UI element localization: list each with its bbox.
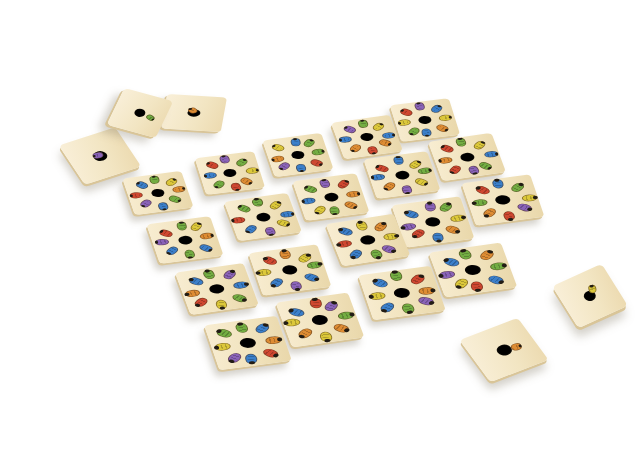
face-down-tile-right[interactable] [552,264,628,328]
bug-icon [296,327,315,339]
bug-icon [164,246,180,257]
bug-icon [438,156,454,164]
grid-tile-r1c4[interactable] [331,115,403,160]
bug-icon [449,214,466,223]
bug-icon [368,249,383,260]
bug-icon [377,139,393,148]
bug-icon [219,155,231,164]
bug-icon [332,323,351,334]
bug-icon [287,307,306,318]
bug-icon [336,239,353,248]
grid-tile-r2c1[interactable] [146,216,223,264]
bug-icon [212,180,227,190]
bug-icon [413,177,430,187]
bug-icon [184,289,201,298]
grid-tile-r4c1[interactable] [204,316,292,370]
bug-icon [368,292,386,301]
bug-icon [416,295,435,306]
bug-icon [148,176,160,185]
bug-icon [337,310,355,320]
bug-icon [442,256,461,267]
bug-icon [263,227,277,237]
bug-icon [215,328,234,339]
bug-icon [199,232,215,240]
bug-icon [203,172,217,179]
bug-icon [373,164,390,174]
bug-icon [481,207,498,218]
center-hole [463,264,483,276]
bug-icon [392,156,404,165]
bug-icon [323,300,341,312]
bug-icon [157,228,174,238]
bug-icon [348,143,363,153]
center-hole [394,170,411,181]
bug-icon [231,216,247,224]
grid-tile-r2c2[interactable] [224,193,302,241]
grid-tile-r3c2[interactable] [248,244,331,295]
bug-icon [345,190,361,198]
bug-icon [378,301,396,313]
center-hole [222,168,237,178]
face-down-tile-left[interactable] [59,127,141,185]
bug-icon [466,165,480,175]
bug-icon [279,249,293,259]
bug-icon [403,209,421,220]
bug-icon [335,179,351,190]
bug-icon [189,221,205,231]
center-hole [359,234,378,246]
bug-icon [337,226,355,237]
face-down-tile-upper-left-under[interactable] [161,94,227,132]
bug-icon [302,184,319,194]
bug-icon [422,128,433,136]
bug-icon [230,293,248,304]
bug-icon [289,281,303,291]
bug-icon [267,277,284,288]
bug-icon [284,318,301,327]
center-hole [281,264,299,275]
bug-icon [380,244,398,255]
bug-icon [410,228,428,239]
center-hole [254,212,271,223]
bug-icon [502,211,516,222]
bug-icon [408,273,427,285]
bug-icon [478,249,496,261]
bug-icon [398,119,412,127]
bug-icon [371,173,386,181]
bug-icon [275,219,292,229]
bug-icon [213,342,231,351]
table-surface [0,0,640,460]
center-hole [208,283,226,294]
bug-icon [225,352,243,364]
bug-icon [382,132,396,139]
bug-icon [302,138,316,148]
bug-icon [309,158,325,167]
bug-icon [277,161,292,171]
bug-icon [154,238,169,245]
bug-icon [192,296,210,307]
grid-tile-r1c3[interactable] [262,133,333,177]
grid-tile-r2c5[interactable] [428,133,506,181]
bug-icon [261,255,279,266]
bug-icon [399,108,415,117]
bug-icon [490,262,508,271]
bug-icon [239,176,255,185]
bug-icon [438,114,452,121]
bug-icon [381,181,397,192]
bug-icon [423,202,436,212]
bug-icon [429,104,444,114]
bug-icon [202,269,217,280]
grid-tile-r3c1[interactable] [175,263,259,315]
bug-icon [251,198,264,208]
peeking-bug-icon [144,113,156,122]
bug-icon [235,204,252,214]
center-hole [458,152,475,163]
bug-icon [444,225,462,236]
grid-tile-r4c3[interactable] [358,266,446,320]
bug-icon [487,274,506,285]
bug-icon [342,125,358,134]
bug-icon [383,233,400,242]
bug-icon [354,221,369,232]
bug-icon [356,119,368,128]
bug-icon [279,211,294,219]
bug-icon [197,243,214,253]
bug-icon [439,144,456,154]
bug-icon [187,276,205,287]
bug-icon [232,281,249,290]
bug-icon [470,281,484,292]
bug-icon [157,202,169,211]
bug-icon [437,202,454,213]
bug-icon [389,270,404,281]
bug-icon [309,298,323,309]
bug-icon [243,224,259,235]
bug-icon [447,164,463,175]
bug-icon [306,261,323,270]
grid-tile-r1c2[interactable] [195,151,265,195]
grid-tile-r4c4[interactable] [429,242,518,297]
bug-icon [401,303,416,314]
bug-icon [328,206,340,215]
grid-tile-r2c4[interactable] [363,151,440,199]
bug-icon [366,146,379,155]
bug-icon [234,322,249,333]
center-hole [417,115,432,125]
bug-icon [318,179,332,189]
center-hole [238,337,257,349]
bug-icon [253,323,271,335]
bug-icon [370,277,390,289]
bug-icon [301,196,317,204]
center-hole [424,216,442,227]
bug-icon [296,164,308,173]
bug-icon [407,127,422,137]
bug-icon [256,268,272,276]
bug-icon [491,179,505,189]
center-hole [359,132,375,142]
grid-tile-r4c2[interactable] [276,292,365,347]
bug-icon [454,137,467,147]
center-hole [290,150,306,160]
bug-icon [413,102,425,111]
bug-icon [134,180,150,189]
bug-icon [373,221,390,232]
bug-icon [244,354,258,364]
bug-icon [521,194,537,202]
bug-icon [371,122,386,132]
bug-icon [431,232,445,242]
bug-icon [215,299,229,309]
bug-icon [139,199,154,209]
bug-icon [268,200,284,211]
center-hole [150,188,166,198]
bug-icon [400,185,413,195]
bug-icon [342,201,359,211]
bug-icon [471,198,487,206]
bug-icon [457,249,473,260]
bug-icon [290,138,301,146]
peeking-bug-icon [510,342,524,351]
bug-icon [516,202,534,212]
bug-icon [484,150,499,158]
center-hole [177,235,194,246]
bug-icon [318,331,333,342]
bug-icon [245,167,259,174]
bug-icon [270,143,286,152]
bug-icon [261,347,281,359]
bug-icon [509,182,527,193]
bug-icon [265,335,283,344]
grid-tile-r1c1[interactable] [122,171,193,215]
bug-icon [472,140,488,151]
bug-icon [473,185,491,196]
bug-icon [176,221,188,230]
center-hole [392,287,411,299]
bug-icon [438,270,456,280]
bug-icon [234,157,249,167]
bug-icon [129,192,143,199]
center-hole [494,194,512,205]
bug-icon [417,167,433,176]
bug-icon [183,249,196,259]
bug-icon [230,182,243,191]
bug-icon [312,205,328,215]
bug-icon [204,161,220,170]
center-hole [310,314,330,326]
bug-icon [221,269,238,280]
bug-icon [302,272,320,283]
bug-icon [435,123,451,132]
bug-icon [338,136,352,143]
grid-tile-r1c5[interactable] [390,98,460,142]
bug-icon [164,177,179,187]
bug-icon [453,278,471,290]
face-down-tile-lower-right[interactable] [459,318,548,382]
bug-icon [171,185,186,193]
center-hole [323,192,340,203]
bug-icon [418,287,435,296]
bug-icon [347,249,364,260]
bug-icon [477,161,494,171]
grid-tile-r2c3[interactable] [292,173,369,221]
bug-icon [311,148,326,156]
bug-icon [168,195,184,204]
grid-tile-r3c5[interactable] [461,174,544,225]
